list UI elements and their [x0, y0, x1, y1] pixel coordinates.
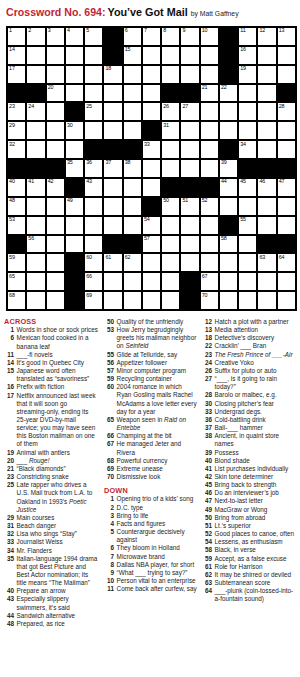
cell-r12c10[interactable] — [180, 235, 199, 254]
cell-r10c3[interactable] — [46, 197, 65, 216]
cell-r1c9[interactable]: 8 — [161, 27, 180, 46]
clue-text: Dismissive look — [117, 473, 198, 481]
cell-r13c3[interactable] — [46, 253, 65, 272]
clue-text: Person vital to an enterprise — [117, 577, 198, 585]
cell-r14c5[interactable]: 66 — [84, 272, 103, 291]
cell-r7c9[interactable] — [161, 140, 180, 159]
clue-text: Japanese word often translated as “savor… — [17, 367, 98, 383]
clue-text: Undergrad degs. — [215, 408, 298, 416]
cell-r3c15[interactable] — [277, 65, 296, 84]
clue-text: Media attention — [215, 326, 298, 334]
cell-number: 30 — [67, 123, 73, 129]
cell-r1c8[interactable]: 7 — [142, 27, 161, 46]
cell-r14c2[interactable] — [26, 272, 45, 291]
clue-down-23: 23The Fresh Prince of ___-Air — [202, 351, 298, 359]
cell-number: 32 — [9, 142, 15, 148]
cell-r15c6[interactable] — [103, 291, 122, 310]
clue-text: Extreme unease — [117, 465, 198, 473]
cell-r6c7[interactable] — [123, 121, 142, 140]
cell-r13c11[interactable] — [200, 253, 219, 272]
cell-r5c6[interactable] — [103, 102, 122, 121]
clue-number: 43 — [4, 595, 14, 603]
cell-r10c7[interactable] — [123, 197, 142, 216]
cell-r12c2[interactable]: 56 — [26, 235, 45, 254]
black-square-r7c6 — [103, 140, 122, 159]
black-square-r8c15 — [277, 159, 296, 178]
clue-number: 49 — [202, 506, 212, 514]
cell-r13c6[interactable]: 61 — [103, 253, 122, 272]
cell-number: 68 — [9, 293, 15, 299]
cell-r4c8[interactable] — [142, 84, 161, 103]
cell-r15c3[interactable] — [46, 291, 65, 310]
cell-r1c4[interactable]: 4 — [65, 27, 84, 46]
black-square-r2c12 — [219, 46, 238, 65]
cell-r15c2[interactable] — [26, 291, 45, 310]
cell-r2c8[interactable] — [142, 46, 161, 65]
cell-r9c8[interactable] — [142, 178, 161, 197]
cell-r13c8[interactable] — [142, 253, 161, 272]
cell-r6c4[interactable]: 30 — [65, 121, 84, 140]
cell-r7c13[interactable]: 34 — [238, 140, 257, 159]
cell-r1c11[interactable]: 10 — [200, 27, 219, 46]
cell-r15c1[interactable]: 68 — [7, 291, 26, 310]
black-square-r12c1 — [7, 235, 26, 254]
cell-r12c12[interactable]: 58 — [219, 235, 238, 254]
cell-r10c15[interactable] — [277, 197, 296, 216]
black-square-r12c6 — [103, 235, 122, 254]
cell-r11c5[interactable] — [84, 216, 103, 235]
black-square-r7c12 — [219, 140, 238, 159]
clue-down-40: 40Blond shade — [202, 457, 298, 465]
cell-r5c11[interactable] — [200, 102, 219, 121]
clue-text: Especially slippery swimmers, it’s said — [17, 595, 98, 611]
clue-text: Sandwich alternative — [17, 612, 98, 620]
cell-r1c2[interactable]: 2 — [26, 27, 45, 46]
cell-r2c3[interactable] — [46, 46, 65, 65]
cell-number: 65 — [9, 274, 15, 280]
clue-text: Minor computer program — [117, 367, 198, 375]
clue-text: ___ Rouge! — [17, 457, 98, 465]
cell-r1c14[interactable]: 12 — [257, 27, 276, 46]
cell-number: 4 — [67, 28, 70, 34]
cell-r12c13[interactable] — [238, 235, 257, 254]
cell-r7c1[interactable]: 32 — [7, 140, 26, 159]
clue-column-3: 12Hatch a plot with a partner13Media att… — [202, 318, 298, 603]
cell-r15c11[interactable]: 70 — [200, 291, 219, 310]
cell-r15c8[interactable] — [142, 291, 161, 310]
cell-r2c1[interactable]: 14 — [7, 46, 26, 65]
cell-r15c14[interactable] — [257, 291, 276, 310]
cell-r3c11[interactable] — [200, 65, 219, 84]
clue-number: 51 — [202, 522, 212, 530]
clue-text: “Black diamonds” — [17, 465, 98, 473]
cell-number: 66 — [86, 274, 92, 280]
cell-number: 58 — [221, 236, 227, 242]
cell-r2c7[interactable]: 15 — [123, 46, 142, 65]
clue-number: 17 — [4, 392, 14, 400]
cell-r2c10[interactable] — [180, 46, 199, 65]
cell-r6c9[interactable]: 31 — [161, 121, 180, 140]
cell-r11c2[interactable] — [26, 216, 45, 235]
cell-r14c11[interactable]: 67 — [200, 272, 219, 291]
cell-r15c9[interactable] — [161, 291, 180, 310]
clue-down-59: 59Accept, as a false excuse — [202, 555, 298, 563]
clue-down-42: 42Skin tone determiner — [202, 473, 298, 481]
cell-r6c12[interactable] — [219, 121, 238, 140]
clue-text: The Fresh Prince of ___-Air — [215, 351, 298, 359]
cell-r11c7[interactable] — [123, 216, 142, 235]
clue-text: Champing at the bit — [117, 432, 198, 440]
clue-text: Lessens, as enthusiasm — [215, 538, 298, 546]
black-square-r2c6 — [103, 46, 122, 65]
clue-across-66: 66Champing at the bit — [104, 432, 198, 440]
clue-number: 23 — [4, 473, 14, 481]
cell-r3c8[interactable] — [142, 65, 161, 84]
cell-r8c10[interactable] — [180, 159, 199, 178]
cell-r2c13[interactable]: 16 — [238, 46, 257, 65]
cell-r9c5[interactable]: 43 — [84, 178, 103, 197]
cell-r10c6[interactable] — [103, 197, 122, 216]
clue-number: 9 — [104, 569, 114, 577]
clue-down-50: 50Bring from abroad — [202, 514, 298, 522]
cell-number: 25 — [86, 104, 92, 110]
cell-r8c12[interactable]: 39 — [219, 159, 238, 178]
clue-across-34: 34Mr. Flanders — [4, 547, 98, 555]
cell-r13c13[interactable] — [238, 253, 257, 272]
cell-r11c13[interactable]: 55 — [238, 216, 257, 235]
black-square-r14c10 — [180, 272, 199, 291]
clue-number: 60 — [104, 383, 114, 391]
cell-r15c15[interactable] — [277, 291, 296, 310]
cell-r12c4[interactable] — [65, 235, 84, 254]
cell-number: 27 — [182, 104, 188, 110]
cell-r4c4[interactable] — [65, 84, 84, 103]
clue-across-59: 59Recycling container — [104, 375, 198, 383]
clue-column-2: 50Quality of the unfriendly53How Jerry b… — [104, 318, 198, 593]
cell-r4c14[interactable] — [257, 84, 276, 103]
cell-r5c7[interactable] — [123, 102, 142, 121]
cell-r2c11[interactable] — [200, 46, 219, 65]
cell-r12c11[interactable] — [200, 235, 219, 254]
cell-r8c7[interactable]: 38 — [123, 159, 142, 178]
cell-r11c1[interactable]: 53 — [7, 216, 26, 235]
cell-r5c2[interactable]: 24 — [26, 102, 45, 121]
cell-r12c8[interactable]: 57 — [142, 235, 161, 254]
cell-r1c5[interactable]: 5 — [84, 27, 103, 46]
cell-r6c14[interactable] — [257, 121, 276, 140]
cell-r8c9[interactable] — [161, 159, 180, 178]
clue-down-30: 30Closing pitcher’s fear — [202, 400, 298, 408]
cell-r4c12[interactable]: 22 — [219, 84, 238, 103]
cell-r9c1[interactable]: 40 — [7, 178, 26, 197]
clue-across-32: 32Lisa who sings “Stay” — [4, 530, 98, 538]
cell-r9c15[interactable]: 47 — [277, 178, 296, 197]
cell-r6c13[interactable] — [238, 121, 257, 140]
across-header: ACROSS — [4, 318, 98, 326]
clue-text: Animal with antlers — [17, 449, 98, 457]
cell-number: 61 — [105, 255, 111, 261]
cell-r9c2[interactable]: 41 — [26, 178, 45, 197]
cell-r11c10[interactable] — [180, 216, 199, 235]
cell-r8c11[interactable] — [200, 159, 219, 178]
cell-r13c1[interactable]: 59 — [7, 253, 26, 272]
cell-r11c9[interactable] — [161, 216, 180, 235]
cell-r7c3[interactable] — [46, 140, 65, 159]
cell-r10c5[interactable] — [84, 197, 103, 216]
cell-r5c1[interactable]: 23 — [7, 102, 26, 121]
cell-r3c5[interactable] — [84, 65, 103, 84]
clue-number: 40 — [202, 457, 212, 465]
cell-r11c6[interactable] — [103, 216, 122, 235]
cell-r1c15[interactable]: 13 — [277, 27, 296, 46]
cell-r13c5[interactable]: 60 — [84, 253, 103, 272]
black-square-r9c4 — [65, 178, 84, 197]
cell-r2c2[interactable] — [26, 46, 45, 65]
cell-number: 2 — [28, 28, 31, 34]
cell-r10c11[interactable]: 52 — [200, 197, 219, 216]
cell-r5c8[interactable] — [142, 102, 161, 121]
cell-r6c1[interactable]: 29 — [7, 121, 26, 140]
cell-r13c12[interactable] — [219, 253, 238, 272]
cell-r14c6[interactable] — [103, 272, 122, 291]
cell-number: 18 — [105, 66, 111, 72]
cell-r6c5[interactable] — [84, 121, 103, 140]
clue-across-11: 11___-fi novels — [4, 351, 98, 359]
cell-r11c4[interactable] — [65, 216, 84, 235]
cell-r11c14[interactable] — [257, 216, 276, 235]
cell-number: 54 — [144, 217, 150, 223]
clue-number: 15 — [4, 367, 14, 375]
cell-r7c14[interactable] — [257, 140, 276, 159]
clue-number: 36 — [202, 416, 212, 424]
cell-r6c15[interactable] — [277, 121, 296, 140]
cell-r3c10[interactable] — [180, 65, 199, 84]
cell-r6c11[interactable] — [200, 121, 219, 140]
cell-r15c12[interactable] — [219, 291, 238, 310]
clue-text: “What ___ trying to say?” — [117, 569, 198, 577]
cell-r9c6[interactable] — [103, 178, 122, 197]
cell-r15c5[interactable]: 69 — [84, 291, 103, 310]
cell-r9c12[interactable]: 44 — [219, 178, 238, 197]
clue-number: 6 — [4, 334, 14, 342]
cell-r14c15[interactable] — [277, 272, 296, 291]
cell-r13c14[interactable]: 63 — [257, 253, 276, 272]
cell-r14c13[interactable] — [238, 272, 257, 291]
cell-r5c9[interactable]: 26 — [161, 102, 180, 121]
clue-down-45: 45Bring back to strength — [202, 481, 298, 489]
cell-r6c3[interactable] — [46, 121, 65, 140]
clue-number: 62 — [202, 571, 212, 579]
clue-text: Barolo or malbec, e.g. — [215, 391, 298, 399]
cell-r13c10[interactable] — [180, 253, 199, 272]
cell-number: 1 — [9, 28, 12, 34]
cell-r3c2[interactable] — [26, 65, 45, 84]
clue-text: Quality of the unfriendly — [117, 318, 198, 326]
cell-r5c14[interactable] — [257, 102, 276, 121]
cell-r6c6[interactable] — [103, 121, 122, 140]
cell-r11c15[interactable] — [277, 216, 296, 235]
clue-text: Accept, as a false excuse — [215, 555, 298, 563]
cell-r1c3[interactable]: 3 — [46, 27, 65, 46]
cell-r10c4[interactable]: 49 — [65, 197, 84, 216]
cell-r11c11[interactable] — [200, 216, 219, 235]
cell-r14c1[interactable]: 65 — [7, 272, 26, 291]
cell-number: 17 — [9, 66, 15, 72]
clue-across-43: 43Especially slippery swimmers, it’s sai… — [4, 595, 98, 611]
cell-r5c15[interactable]: 28 — [277, 102, 296, 121]
cell-r9c14[interactable]: 46 — [257, 178, 276, 197]
clue-text: MacGraw or Wong — [215, 506, 298, 514]
cell-r7c15[interactable] — [277, 140, 296, 159]
cell-r14c7[interactable] — [123, 272, 142, 291]
cell-r5c10[interactable]: 27 — [180, 102, 199, 121]
clue-text: Constricting snake — [17, 473, 98, 481]
clue-down-11: 11Come back after curfew, say — [104, 585, 198, 593]
cell-r8c4[interactable]: 35 — [65, 159, 84, 178]
cell-r1c13[interactable]: 11 — [238, 27, 257, 46]
cell-r4c11[interactable]: 21 — [200, 84, 219, 103]
cell-r8c8[interactable] — [142, 159, 161, 178]
clue-text: Italian-language 1994 drama that got Bes… — [17, 555, 98, 588]
cell-r2c14[interactable] — [257, 46, 276, 65]
cell-number: 28 — [279, 104, 285, 110]
cell-r7c11[interactable] — [200, 140, 219, 159]
black-square-r7c5 — [84, 140, 103, 159]
cell-r7c4[interactable] — [65, 140, 84, 159]
cell-r6c2[interactable] — [26, 121, 45, 140]
cell-r9c13[interactable]: 45 — [238, 178, 257, 197]
black-square-r12c14 — [257, 235, 276, 254]
clue-number: 8 — [104, 561, 114, 569]
cell-r2c9[interactable] — [161, 46, 180, 65]
cell-r10c2[interactable] — [26, 197, 45, 216]
cell-r11c3[interactable] — [46, 216, 65, 235]
cell-r14c8[interactable] — [142, 272, 161, 291]
cell-r3c1[interactable]: 17 — [7, 65, 26, 84]
clue-number: 63 — [202, 579, 212, 587]
cell-r5c3[interactable] — [46, 102, 65, 121]
cell-r14c12[interactable] — [219, 272, 238, 291]
cell-r11c8[interactable]: 54 — [142, 216, 161, 235]
clue-text: Hatch a plot with a partner — [215, 318, 298, 326]
cell-r9c3[interactable]: 42 — [46, 178, 65, 197]
cell-r15c7[interactable] — [123, 291, 142, 310]
cell-r10c14[interactable] — [257, 197, 276, 216]
puzzle-byline: by Matt Gaffney — [191, 10, 239, 17]
clue-text: List purchases individually — [215, 465, 298, 473]
cell-number: 15 — [125, 47, 131, 53]
cell-r14c14[interactable] — [257, 272, 276, 291]
cell-r1c1[interactable]: 1 — [7, 27, 26, 46]
cell-number: 53 — [9, 217, 15, 223]
clue-number: 57 — [104, 367, 114, 375]
cell-number: 24 — [28, 104, 34, 110]
cell-r4c5[interactable] — [84, 84, 103, 103]
cell-r8c6[interactable]: 37 — [103, 159, 122, 178]
cell-r14c9[interactable] — [161, 272, 180, 291]
cell-r12c5[interactable] — [84, 235, 103, 254]
cell-r1c7[interactable]: 6 — [123, 27, 142, 46]
cell-r5c13[interactable] — [238, 102, 257, 121]
cell-r2c15[interactable] — [277, 46, 296, 65]
cell-r9c7[interactable] — [123, 178, 142, 197]
cell-r10c12[interactable] — [219, 197, 238, 216]
clue-down-26: 26Suffix for pluto or auto — [202, 367, 298, 375]
clue-text: D.C. type — [117, 504, 198, 512]
cell-r7c10[interactable] — [180, 140, 199, 159]
cell-r13c15[interactable]: 64 — [277, 253, 296, 272]
cell-r13c9[interactable] — [161, 253, 180, 272]
clue-number: 40 — [4, 587, 14, 595]
clue-number: 44 — [4, 612, 14, 620]
clue-down-3: 3Bring to life — [104, 512, 198, 520]
cell-r4c6[interactable] — [103, 84, 122, 103]
clue-number: 69 — [104, 465, 114, 473]
cell-r4c7[interactable] — [123, 84, 142, 103]
clue-number: 67 — [104, 440, 114, 448]
black-square-r9c10 — [180, 178, 199, 197]
cell-r3c7[interactable] — [123, 65, 142, 84]
cell-r7c8[interactable]: 33 — [142, 140, 161, 159]
cell-r13c7[interactable]: 62 — [123, 253, 142, 272]
cell-r3c14[interactable] — [257, 65, 276, 84]
cell-r3c3[interactable] — [46, 65, 65, 84]
cell-r1c10[interactable]: 9 — [180, 27, 199, 46]
cell-r10c9[interactable]: 50 — [161, 197, 180, 216]
clue-down-8: 8Dallas NBA player, for short — [104, 561, 198, 569]
clue-number: 59 — [202, 555, 212, 563]
cell-r14c3[interactable] — [46, 272, 65, 291]
black-square-r12c15 — [277, 235, 296, 254]
cell-r10c10[interactable]: 51 — [180, 197, 199, 216]
clue-text: ___-fi novels — [17, 351, 98, 359]
cell-r12c3[interactable] — [46, 235, 65, 254]
cell-number: 46 — [260, 179, 266, 185]
clue-across-1: 1Words in shoe or sock prices — [4, 326, 98, 334]
cell-r6c10[interactable] — [180, 121, 199, 140]
clue-number: 53 — [104, 326, 114, 334]
cell-r12c9[interactable] — [161, 235, 180, 254]
clue-across-21: 21“Black diamonds” — [4, 465, 98, 473]
cell-r10c13[interactable] — [238, 197, 257, 216]
clue-number: 35 — [4, 555, 14, 563]
cell-r3c9[interactable] — [161, 65, 180, 84]
clue-across-16: 16Prefix with fiction — [4, 383, 98, 391]
cell-r4c3[interactable]: 20 — [46, 84, 65, 103]
clue-number: 41 — [202, 465, 212, 473]
clue-text: Appetizer follower — [117, 359, 198, 367]
cell-r5c5[interactable]: 25 — [84, 102, 103, 121]
cell-r2c4[interactable] — [65, 46, 84, 65]
cell-r3c4[interactable] — [65, 65, 84, 84]
cell-r5c12[interactable] — [219, 102, 238, 121]
cell-number: 39 — [221, 160, 227, 166]
cell-r2c5[interactable] — [84, 46, 103, 65]
cell-r7c2[interactable] — [26, 140, 45, 159]
clue-number: 48 — [4, 620, 14, 628]
cell-r13c2[interactable] — [26, 253, 45, 272]
clue-down-63: 63Subterranean score — [202, 579, 298, 587]
clue-text: ___-plunk (coin-tossed-into-a-fountain s… — [215, 587, 298, 603]
cell-r3c6[interactable]: 18 — [103, 65, 122, 84]
cell-r3c13[interactable]: 19 — [238, 65, 257, 84]
cell-r15c13[interactable] — [238, 291, 257, 310]
cell-r8c5[interactable]: 36 — [84, 159, 103, 178]
clue-number: 33 — [4, 538, 14, 546]
clue-number: 6 — [104, 544, 114, 552]
cell-r4c13[interactable] — [238, 84, 257, 103]
cell-r10c1[interactable]: 48 — [7, 197, 26, 216]
